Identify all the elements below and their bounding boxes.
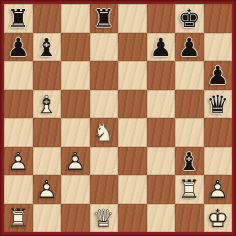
pawn-glyph-outline: ♙ — [64, 148, 86, 173]
rook-glyph-outline: ♖ — [178, 177, 200, 202]
square-d3[interactable] — [90, 147, 119, 176]
square-f8[interactable] — [147, 4, 176, 33]
square-f2[interactable] — [147, 175, 176, 204]
square-h4[interactable] — [204, 118, 233, 147]
square-e5[interactable] — [118, 90, 147, 119]
square-c1[interactable] — [61, 204, 90, 233]
square-a6[interactable] — [4, 61, 33, 90]
square-f6[interactable] — [147, 61, 176, 90]
square-f7[interactable]: ♟ — [147, 33, 176, 62]
square-b3[interactable] — [33, 147, 62, 176]
king-glyph-fill: ♚ — [178, 6, 200, 31]
square-h6[interactable]: ♟ — [204, 61, 233, 90]
square-c8[interactable] — [61, 4, 90, 33]
square-c7[interactable] — [61, 33, 90, 62]
black-king-g8[interactable]: ♚ — [175, 4, 204, 33]
bishop-glyph-outline: ♗ — [36, 91, 58, 116]
square-b6[interactable] — [33, 61, 62, 90]
screenshot-root: { "game": "chess", "position": "r2r2k1/p… — [0, 0, 236, 236]
square-b1[interactable] — [33, 204, 62, 233]
square-c2[interactable] — [61, 175, 90, 204]
square-g6[interactable] — [175, 61, 204, 90]
square-e8[interactable] — [118, 4, 147, 33]
queen-glyph-fill: ♛ — [207, 91, 229, 116]
rook-glyph-fill: ♜ — [7, 6, 29, 31]
square-b4[interactable] — [33, 118, 62, 147]
white-pawn-a3[interactable]: ♟♙ — [4, 147, 33, 176]
square-f5[interactable] — [147, 90, 176, 119]
square-h1[interactable]: ♚♔ — [204, 204, 233, 233]
rook-glyph-outline: ♖ — [7, 205, 29, 230]
square-d5[interactable] — [90, 90, 119, 119]
queen-glyph-outline: ♕ — [93, 205, 115, 230]
square-h5[interactable]: ♛ — [204, 90, 233, 119]
white-queen-d1[interactable]: ♛♕ — [90, 204, 119, 233]
white-rook-g2[interactable]: ♜♖ — [175, 175, 204, 204]
square-f1[interactable] — [147, 204, 176, 233]
square-c6[interactable] — [61, 61, 90, 90]
white-rook-a1[interactable]: ♜♖ — [4, 204, 33, 233]
pawn-glyph-outline: ♙ — [207, 177, 229, 202]
black-pawn-g7[interactable]: ♟ — [175, 33, 204, 62]
square-h7[interactable] — [204, 33, 233, 62]
pawn-glyph-fill: ♟ — [178, 34, 200, 59]
square-f3[interactable] — [147, 147, 176, 176]
square-h8[interactable] — [204, 4, 233, 33]
black-queen-h5[interactable]: ♛ — [204, 90, 233, 119]
square-a3[interactable]: ♟♙ — [4, 147, 33, 176]
square-d4[interactable]: ♞♘ — [90, 118, 119, 147]
square-g5[interactable] — [175, 90, 204, 119]
black-bishop-g3[interactable]: ♝ — [175, 147, 204, 176]
square-g7[interactable]: ♟ — [175, 33, 204, 62]
square-f4[interactable] — [147, 118, 176, 147]
square-a2[interactable] — [4, 175, 33, 204]
square-a5[interactable] — [4, 90, 33, 119]
black-pawn-h6[interactable]: ♟ — [204, 61, 233, 90]
square-a8[interactable]: ♜ — [4, 4, 33, 33]
square-d6[interactable] — [90, 61, 119, 90]
square-h2[interactable]: ♟♙ — [204, 175, 233, 204]
square-b8[interactable] — [33, 4, 62, 33]
square-g8[interactable]: ♚ — [175, 4, 204, 33]
black-pawn-f7[interactable]: ♟ — [147, 33, 176, 62]
black-rook-a8[interactable]: ♜ — [4, 4, 33, 33]
bishop-glyph-fill: ♝ — [36, 34, 58, 59]
square-b7[interactable]: ♝ — [33, 33, 62, 62]
square-d2[interactable] — [90, 175, 119, 204]
square-c3[interactable]: ♟♙ — [61, 147, 90, 176]
pawn-glyph-outline: ♙ — [7, 148, 29, 173]
square-g3[interactable]: ♝ — [175, 147, 204, 176]
pawn-glyph-fill: ♟ — [150, 34, 172, 59]
pawn-glyph-outline: ♙ — [36, 177, 58, 202]
white-bishop-b5[interactable]: ♝♗ — [33, 90, 62, 119]
square-e3[interactable] — [118, 147, 147, 176]
bishop-glyph-fill: ♝ — [178, 148, 200, 173]
black-rook-d8[interactable]: ♜ — [90, 4, 119, 33]
square-g2[interactable]: ♜♖ — [175, 175, 204, 204]
knight-glyph-outline: ♘ — [93, 120, 115, 145]
chess-board: ♜♜♚♟♝♟♟♟♝♗♛♞♘♟♙♟♙♝♟♙♜♖♟♙♜♖♛♕♚♔ — [4, 4, 232, 232]
king-glyph-outline: ♔ — [207, 205, 229, 230]
square-e6[interactable] — [118, 61, 147, 90]
square-a7[interactable]: ♟ — [4, 33, 33, 62]
square-a1[interactable]: ♜♖ — [4, 204, 33, 233]
square-c4[interactable] — [61, 118, 90, 147]
square-b5[interactable]: ♝♗ — [33, 90, 62, 119]
square-g4[interactable] — [175, 118, 204, 147]
square-d7[interactable] — [90, 33, 119, 62]
square-d8[interactable]: ♜ — [90, 4, 119, 33]
pawn-glyph-fill: ♟ — [207, 63, 229, 88]
white-knight-d4[interactable]: ♞♘ — [90, 118, 119, 147]
square-e1[interactable] — [118, 204, 147, 233]
square-h3[interactable] — [204, 147, 233, 176]
board-frame: ♜♜♚♟♝♟♟♟♝♗♛♞♘♟♙♟♙♝♟♙♜♖♟♙♜♖♛♕♚♔ — [0, 0, 236, 236]
square-c5[interactable] — [61, 90, 90, 119]
square-a4[interactable] — [4, 118, 33, 147]
square-e7[interactable] — [118, 33, 147, 62]
square-b2[interactable]: ♟♙ — [33, 175, 62, 204]
square-e4[interactable] — [118, 118, 147, 147]
black-bishop-b7[interactable]: ♝ — [33, 33, 62, 62]
white-pawn-c3[interactable]: ♟♙ — [61, 147, 90, 176]
white-pawn-h2[interactable]: ♟♙ — [204, 175, 233, 204]
white-king-h1[interactable]: ♚♔ — [204, 204, 233, 233]
rook-glyph-fill: ♜ — [93, 6, 115, 31]
white-pawn-b2[interactable]: ♟♙ — [33, 175, 62, 204]
square-g1[interactable] — [175, 204, 204, 233]
black-pawn-a7[interactable]: ♟ — [4, 33, 33, 62]
square-d1[interactable]: ♛♕ — [90, 204, 119, 233]
square-e2[interactable] — [118, 175, 147, 204]
pawn-glyph-fill: ♟ — [7, 34, 29, 59]
